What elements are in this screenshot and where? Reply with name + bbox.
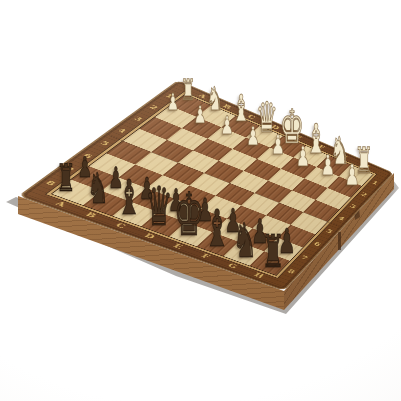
photo-stage: ABCDEFGH ABCDEFGH 12345678 12345678 ♜♞♝♛… xyxy=(0,0,401,401)
piece-black-queen-d8[interactable]: ♛ xyxy=(145,180,173,234)
piece-black-knight-g8[interactable]: ♞ xyxy=(233,217,258,265)
piece-black-king-e8[interactable]: ♚ xyxy=(173,185,204,245)
piece-black-knight-b8[interactable]: ♞ xyxy=(87,168,109,210)
piece-white-pawn-h2[interactable]: ♟ xyxy=(344,161,359,190)
piece-white-pawn-a2[interactable]: ♟ xyxy=(167,92,179,116)
piece-black-bishop-f8[interactable]: ♝ xyxy=(204,203,231,254)
piece-black-bishop-c8[interactable]: ♝ xyxy=(116,174,141,222)
piece-black-rook-a8[interactable]: ♜ xyxy=(56,160,76,198)
piece-white-pawn-e2[interactable]: ♟ xyxy=(271,133,285,160)
pieces-layer: ♜♞♝♛♚♝♞♜♟♟♟♟♟♟♟♟♟♟♟♟♟♟♟♟♜♞♝♛♚♝♞♜ xyxy=(0,0,401,401)
piece-white-pawn-b2[interactable]: ♟ xyxy=(194,102,207,126)
piece-black-rook-h8[interactable]: ♜ xyxy=(261,229,284,274)
piece-white-pawn-d2[interactable]: ♟ xyxy=(246,123,260,149)
piece-white-pawn-f2[interactable]: ♟ xyxy=(296,142,310,170)
piece-white-pawn-g2[interactable]: ♟ xyxy=(321,152,336,181)
piece-white-pawn-c2[interactable]: ♟ xyxy=(220,113,233,138)
